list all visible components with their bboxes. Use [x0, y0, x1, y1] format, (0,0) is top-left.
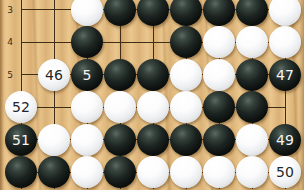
intersection-c6-r3[interactable]	[170, 0, 203, 26]
white-stone	[104, 91, 136, 123]
intersection-c9-r5[interactable]: 47	[269, 59, 302, 92]
black-stone	[236, 0, 268, 26]
white-stone	[236, 156, 268, 188]
white-stone	[71, 156, 103, 188]
intersection-c3-r8[interactable]	[71, 156, 104, 189]
white-stone	[203, 59, 235, 91]
black-stone	[236, 91, 268, 123]
move-number-label: 5	[83, 68, 92, 82]
black-stone	[170, 124, 202, 156]
move-number-label: 52	[12, 100, 30, 114]
intersection-c8-r5[interactable]	[236, 59, 269, 92]
white-stone	[203, 26, 235, 58]
white-stone	[71, 91, 103, 123]
intersection-c8-r3[interactable]	[236, 0, 269, 26]
intersection-c4-r7[interactable]	[104, 124, 137, 157]
white-stone	[170, 59, 202, 91]
move-number-label: 49	[276, 133, 294, 147]
intersection-c3-r7[interactable]	[71, 124, 104, 157]
move-number-label: 47	[276, 68, 294, 82]
black-stone	[203, 124, 235, 156]
white-stone	[137, 156, 169, 188]
row-coordinate-5: 5	[7, 70, 13, 80]
intersection-c9-r8[interactable]: 50	[269, 156, 302, 189]
white-stone	[170, 156, 202, 188]
intersection-c3-r6[interactable]	[71, 91, 104, 124]
intersection-c7-r8[interactable]	[203, 156, 236, 189]
intersection-c8-r6[interactable]	[236, 91, 269, 124]
black-stone-move-49: 49	[269, 124, 301, 156]
intersection-c3-r3[interactable]	[71, 0, 104, 26]
intersection-c5-r7[interactable]	[137, 124, 170, 157]
intersection-c8-r4[interactable]	[236, 26, 269, 59]
intersection-c4-r8[interactable]	[104, 156, 137, 189]
black-stone-move-5: 5	[71, 59, 103, 91]
intersection-c7-r3[interactable]	[203, 0, 236, 26]
go-board: 4654752514950	[5, 0, 302, 189]
intersection-c6-r7[interactable]	[170, 124, 203, 157]
black-stone	[137, 0, 169, 26]
intersection-c4-r4[interactable]	[104, 26, 137, 59]
intersection-c9-r3[interactable]	[269, 0, 302, 26]
intersection-c7-r6[interactable]	[203, 91, 236, 124]
intersection-c4-r6[interactable]	[104, 91, 137, 124]
intersection-c3-r5[interactable]: 5	[71, 59, 104, 92]
black-stone-move-47: 47	[269, 59, 301, 91]
intersection-c7-r7[interactable]	[203, 124, 236, 157]
white-stone	[71, 124, 103, 156]
intersection-c2-r8[interactable]	[38, 156, 71, 189]
intersection-c6-r4[interactable]	[170, 26, 203, 59]
white-stone	[236, 26, 268, 58]
intersection-c4-r3[interactable]	[104, 0, 137, 26]
intersection-c2-r7[interactable]	[38, 124, 71, 157]
white-stone	[71, 0, 103, 26]
black-stone	[5, 156, 37, 188]
white-stone-move-52: 52	[5, 91, 37, 123]
black-stone	[170, 0, 202, 26]
black-stone	[170, 26, 202, 58]
black-stone	[38, 156, 70, 188]
intersection-c5-r3[interactable]	[137, 0, 170, 26]
white-stone	[137, 91, 169, 123]
intersection-c5-r5[interactable]	[137, 59, 170, 92]
white-stone-move-50: 50	[269, 156, 301, 188]
black-stone	[71, 26, 103, 58]
go-board-screenshot: 4654752514950 345	[0, 0, 304, 190]
black-stone	[104, 0, 136, 26]
white-stone	[269, 26, 301, 58]
black-stone	[104, 156, 136, 188]
intersection-c2-r5[interactable]: 46	[38, 59, 71, 92]
row-coordinate-4: 4	[7, 37, 13, 47]
intersection-c6-r5[interactable]	[170, 59, 203, 92]
intersection-c4-r5[interactable]	[104, 59, 137, 92]
intersection-c2-r4[interactable]	[38, 26, 71, 59]
black-stone	[203, 91, 235, 123]
black-stone-move-51: 51	[5, 124, 37, 156]
intersection-c5-r8[interactable]	[137, 156, 170, 189]
black-stone	[104, 59, 136, 91]
intersection-c8-r8[interactable]	[236, 156, 269, 189]
white-stone	[38, 124, 70, 156]
white-stone	[203, 156, 235, 188]
black-stone	[203, 0, 235, 26]
intersection-c5-r6[interactable]	[137, 91, 170, 124]
white-stone-move-46: 46	[38, 59, 70, 91]
black-stone	[137, 59, 169, 91]
intersection-c6-r6[interactable]	[170, 91, 203, 124]
intersection-c8-r7[interactable]	[236, 124, 269, 157]
black-stone	[137, 124, 169, 156]
intersection-c9-r7[interactable]: 49	[269, 124, 302, 157]
intersection-c7-r5[interactable]	[203, 59, 236, 92]
black-stone	[236, 59, 268, 91]
intersection-c2-r3[interactable]	[38, 0, 71, 26]
white-stone	[170, 91, 202, 123]
intersection-c1-r7[interactable]: 51	[5, 124, 38, 157]
intersection-c5-r4[interactable]	[137, 26, 170, 59]
intersection-c2-r6[interactable]	[38, 91, 71, 124]
intersection-c9-r4[interactable]	[269, 26, 302, 59]
intersection-c1-r8[interactable]	[5, 156, 38, 189]
row-coordinate-3: 3	[7, 5, 13, 15]
move-number-label: 51	[12, 133, 30, 147]
black-stone	[104, 124, 136, 156]
move-number-label: 46	[45, 68, 63, 82]
intersection-c6-r8[interactable]	[170, 156, 203, 189]
white-stone	[236, 124, 268, 156]
white-stone	[269, 0, 301, 26]
intersection-c1-r6[interactable]: 52	[5, 91, 38, 124]
intersection-c7-r4[interactable]	[203, 26, 236, 59]
intersection-c9-r6[interactable]	[269, 91, 302, 124]
move-number-label: 50	[276, 165, 294, 179]
intersection-c3-r4[interactable]	[71, 26, 104, 59]
